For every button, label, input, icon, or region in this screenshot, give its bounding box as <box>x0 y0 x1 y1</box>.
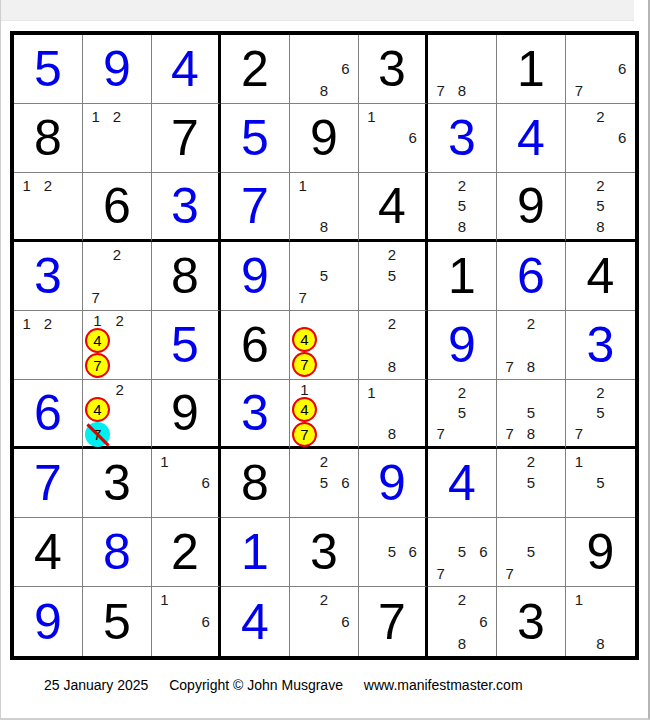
candidate-digit[interactable]: 1 <box>575 454 583 469</box>
cell-r2c4[interactable]: 5 <box>221 104 290 173</box>
candidate-digit[interactable]: 1 <box>575 592 583 607</box>
cell-r4c3[interactable]: 8 <box>152 242 221 311</box>
candidate-digit[interactable]: 8 <box>458 636 466 651</box>
candidate-digit[interactable]: 1 <box>160 454 168 469</box>
cell-r9c9[interactable]: 18 <box>566 587 635 656</box>
cell-r6c9[interactable]: 257 <box>566 380 635 449</box>
candidate-digit[interactable]: 2 <box>113 247 121 262</box>
cell-r2c9[interactable]: 26 <box>566 104 635 173</box>
candidate-digit[interactable]: 2 <box>116 313 124 328</box>
highlighted-candidate[interactable]: 4 <box>85 328 110 353</box>
candidate-slot <box>16 196 37 217</box>
candidate-slot <box>499 472 520 493</box>
candidate-digit[interactable]: 8 <box>320 219 328 234</box>
cell-r1c2[interactable]: 9 <box>83 35 152 104</box>
candidate-digit[interactable]: 5 <box>388 544 396 559</box>
candidate-digit[interactable]: 6 <box>341 614 349 629</box>
candidate-slot <box>499 494 520 515</box>
candidate-slot <box>361 541 382 562</box>
candidate-digit[interactable]: 7 <box>91 290 99 305</box>
candidate-slot: 5 <box>382 541 403 562</box>
candidate-slot: 8 <box>382 356 403 377</box>
candidate-slot <box>361 127 382 148</box>
candidate-digit[interactable]: 2 <box>44 316 52 331</box>
candidate-digit[interactable]: 2 <box>458 385 466 400</box>
candidate-slot <box>337 313 357 327</box>
candidate-digit[interactable]: 8 <box>388 359 396 374</box>
candidate-slot <box>520 382 541 403</box>
candidate-grid: 16 <box>154 451 216 515</box>
cell-r5c6[interactable]: 28 <box>359 311 428 380</box>
candidate-slot: 6 <box>473 541 494 562</box>
candidate-digit[interactable]: 5 <box>527 544 535 559</box>
cell-r5c1[interactable]: 12 <box>14 311 83 380</box>
candidate-slot: 1 <box>154 451 175 472</box>
cell-r5c8[interactable]: 278 <box>497 311 566 380</box>
candidate-grid: 567 <box>430 520 494 584</box>
candidate-slot <box>175 632 196 654</box>
cell-r1c1[interactable]: 5 <box>14 35 83 104</box>
given-digit: 6 <box>241 320 269 370</box>
candidate-slot <box>85 382 110 397</box>
candidate-digit[interactable]: 5 <box>527 405 535 420</box>
candidate-digit[interactable]: 1 <box>367 385 375 400</box>
candidate-slot: 1 <box>568 589 590 611</box>
candidate-slot <box>110 397 130 422</box>
candidate-digit[interactable]: 6 <box>408 130 416 145</box>
candidate-slot: 7 <box>292 352 317 377</box>
eliminated-candidate[interactable]: 7 <box>85 422 110 447</box>
candidate-slot <box>542 451 563 472</box>
cell-r9c4[interactable]: 4 <box>221 587 290 656</box>
cell-r7c1[interactable]: 7 <box>14 449 83 518</box>
candidate-digit[interactable]: 8 <box>596 636 604 651</box>
candidate-digit[interactable]: 8 <box>527 426 535 441</box>
given-digit: 8 <box>241 458 269 508</box>
cell-r4c6[interactable]: 25 <box>359 242 428 311</box>
candidate-slot <box>382 520 403 541</box>
candidate-digit[interactable]: 2 <box>320 454 328 469</box>
cell-r3c3[interactable]: 3 <box>152 173 221 242</box>
candidate-slot <box>499 541 520 562</box>
candidate-digit[interactable]: 2 <box>320 592 328 607</box>
candidate-digit[interactable]: 6 <box>479 614 487 629</box>
solved-digit: 9 <box>34 597 62 647</box>
candidate-digit[interactable]: 6 <box>201 614 209 629</box>
candidate-digit[interactable]: 2 <box>527 316 535 331</box>
candidate-grid: 28 <box>361 313 423 377</box>
candidate-slot: 2 <box>313 451 334 472</box>
given-digit: 5 <box>103 597 131 647</box>
candidate-slot <box>520 520 541 541</box>
cell-r4c8[interactable]: 6 <box>497 242 566 311</box>
cell-r8c5[interactable]: 3 <box>290 518 359 587</box>
candidate-slot <box>195 451 216 472</box>
candidate-slot <box>382 149 403 170</box>
candidate-slot <box>568 382 590 403</box>
candidate-slot <box>361 403 382 424</box>
candidate-digit[interactable]: 2 <box>116 382 124 397</box>
candidate-digit[interactable]: 7 <box>436 83 444 98</box>
cell-r5c7[interactable]: 9 <box>428 311 497 380</box>
highlighted-candidate[interactable]: 4 <box>292 397 317 422</box>
candidate-slot: 5 <box>590 403 612 424</box>
cell-r6c4[interactable]: 3 <box>221 380 290 449</box>
candidate-grid: 257 <box>430 382 494 444</box>
highlighted-candidate[interactable]: 7 <box>292 422 317 447</box>
candidate-digit[interactable]: 2 <box>596 109 604 124</box>
cell-r7c5[interactable]: 256 <box>290 449 359 518</box>
candidate-slot <box>85 244 106 265</box>
cell-r9c2[interactable]: 5 <box>83 587 152 656</box>
cell-r1c5[interactable]: 68 <box>290 35 359 104</box>
cell-r7c9[interactable]: 15 <box>566 449 635 518</box>
candidate-digit[interactable]: 7 <box>505 359 513 374</box>
candidate-digit[interactable]: 8 <box>458 83 466 98</box>
candidate-slot <box>542 382 563 403</box>
cell-r8c1[interactable]: 4 <box>14 518 83 587</box>
candidate-slot <box>195 589 216 611</box>
candidate-slot <box>430 216 451 237</box>
cell-r5c3[interactable]: 5 <box>152 311 221 380</box>
candidate-slot: 2 <box>382 313 403 334</box>
candidate-slot <box>317 397 337 422</box>
candidate-digit[interactable]: 7 <box>505 426 513 441</box>
candidate-digit[interactable]: 8 <box>388 426 396 441</box>
cell-r3c4[interactable]: 7 <box>221 173 290 242</box>
candidate-digit[interactable]: 8 <box>320 83 328 98</box>
given-digit: 7 <box>378 597 406 647</box>
candidate-digit[interactable]: 1 <box>367 109 375 124</box>
candidate-digit[interactable]: 7 <box>436 426 444 441</box>
cell-r6c2[interactable]: 247 <box>83 380 152 449</box>
candidate-digit[interactable]: 2 <box>458 592 466 607</box>
candidate-slot <box>611 403 633 424</box>
candidate-slot <box>361 313 382 334</box>
cell-r8c8[interactable]: 57 <box>497 518 566 587</box>
candidate-grid: 25 <box>361 244 423 308</box>
candidate-digit[interactable]: 2 <box>458 178 466 193</box>
candidate-slot <box>430 196 451 217</box>
candidate-slot <box>361 423 382 444</box>
candidate-digit[interactable]: 1 <box>91 109 99 124</box>
candidate-digit[interactable]: 5 <box>527 475 535 490</box>
candidate-slot <box>568 494 590 515</box>
cell-r6c3[interactable]: 9 <box>152 380 221 449</box>
cell-r5c2[interactable]: 1247 <box>83 311 152 380</box>
candidate-digit[interactable]: 2 <box>388 247 396 262</box>
cell-r5c9[interactable]: 3 <box>566 311 635 380</box>
candidate-slot <box>402 563 423 584</box>
candidate-slot: 4 <box>85 328 110 353</box>
cell-r2c1[interactable]: 8 <box>14 104 83 173</box>
candidate-slot: 2 <box>451 589 472 611</box>
given-digit: 3 <box>310 527 338 577</box>
app-window: 5942683781678127591634261263718425892583… <box>0 0 650 720</box>
cell-r7c4[interactable]: 8 <box>221 449 290 518</box>
cell-r8c2[interactable]: 8 <box>83 518 152 587</box>
cell-r1c8[interactable]: 1 <box>497 35 566 104</box>
candidate-slot <box>16 216 37 237</box>
candidate-digit[interactable]: 5 <box>596 198 604 213</box>
cell-r4c5[interactable]: 57 <box>290 242 359 311</box>
candidate-slot <box>335 589 356 611</box>
candidate-digit[interactable]: 5 <box>320 475 328 490</box>
candidate-digit[interactable]: 1 <box>93 313 101 328</box>
candidate-slot <box>568 632 590 654</box>
cell-r4c2[interactable]: 27 <box>83 242 152 311</box>
cell-r9c3[interactable]: 16 <box>152 587 221 656</box>
candidate-digit[interactable]: 6 <box>201 475 209 490</box>
candidate-slot <box>568 216 590 237</box>
cell-r2c8[interactable]: 4 <box>497 104 566 173</box>
candidate-slot <box>292 216 313 237</box>
candidate-slot <box>335 175 356 196</box>
candidate-slot <box>175 451 196 472</box>
candidate-grid: 256 <box>292 451 356 515</box>
cell-r5c4[interactable]: 6 <box>221 311 290 380</box>
cell-r8c3[interactable]: 2 <box>152 518 221 587</box>
candidate-slot <box>335 244 356 265</box>
cell-r1c6[interactable]: 3 <box>359 35 428 104</box>
candidate-digit[interactable]: 5 <box>596 405 604 420</box>
candidate-slot <box>16 334 37 355</box>
candidate-digit[interactable]: 5 <box>458 198 466 213</box>
solved-digit: 5 <box>171 320 199 370</box>
candidate-grid: 25 <box>499 451 563 515</box>
candidate-slot <box>542 494 563 515</box>
candidate-digit[interactable]: 6 <box>341 61 349 76</box>
candidate-digit[interactable]: 8 <box>527 359 535 374</box>
cell-r3c1[interactable]: 12 <box>14 173 83 242</box>
candidate-digit[interactable]: 1 <box>22 178 30 193</box>
highlighted-candidate[interactable]: 7 <box>85 353 110 378</box>
candidate-grid: 578 <box>499 382 563 444</box>
given-digit: 8 <box>34 113 62 163</box>
candidate-slot <box>85 265 106 286</box>
cell-r6c5[interactable]: 147 <box>290 380 359 449</box>
candidate-slot <box>451 520 472 541</box>
cell-r1c3[interactable]: 4 <box>152 35 221 104</box>
candidate-digit[interactable]: 7 <box>436 566 444 581</box>
cell-r7c2[interactable]: 3 <box>83 449 152 518</box>
candidate-digit[interactable]: 7 <box>298 290 306 305</box>
candidate-slot <box>611 611 633 633</box>
candidate-slot: 1 <box>292 382 317 397</box>
cell-r9c5[interactable]: 26 <box>290 587 359 656</box>
candidate-slot: 5 <box>313 472 334 493</box>
candidate-slot <box>59 356 80 377</box>
candidate-slot <box>451 611 472 633</box>
sudoku-board: 5942683781678127591634261263718425892583… <box>10 31 639 660</box>
candidate-slot <box>568 175 590 196</box>
candidate-slot <box>59 175 80 196</box>
candidate-digit[interactable]: 1 <box>300 382 308 397</box>
solved-digit: 5 <box>241 113 269 163</box>
solved-digit: 3 <box>448 113 476 163</box>
solved-digit: 1 <box>241 527 269 577</box>
candidate-slot: 2 <box>110 313 130 328</box>
given-digit: 1 <box>448 251 476 301</box>
cell-r7c6[interactable]: 9 <box>359 449 428 518</box>
candidate-slot <box>473 216 494 237</box>
candidate-slot <box>430 37 451 58</box>
cell-r2c2[interactable]: 12 <box>83 104 152 173</box>
candidate-digit[interactable]: 2 <box>388 316 396 331</box>
candidate-grid: 67 <box>568 37 633 101</box>
candidate-digit[interactable]: 6 <box>618 130 626 145</box>
candidate-slot <box>154 632 175 654</box>
candidate-digit[interactable]: 7 <box>575 426 583 441</box>
cell-r8c4[interactable]: 1 <box>221 518 290 587</box>
candidate-slot <box>335 451 356 472</box>
candidate-slot: 8 <box>313 216 334 237</box>
candidate-slot <box>361 287 382 308</box>
cell-r9c1[interactable]: 9 <box>14 587 83 656</box>
candidate-slot <box>106 149 127 170</box>
candidate-slot <box>361 334 382 355</box>
candidate-slot <box>590 611 612 633</box>
candidate-digit[interactable]: 6 <box>618 61 626 76</box>
candidate-slot <box>402 106 423 127</box>
candidate-digit[interactable]: 1 <box>298 178 306 193</box>
candidate-slot <box>292 244 313 265</box>
cell-r7c8[interactable]: 25 <box>497 449 566 518</box>
cell-r2c5[interactable]: 9 <box>290 104 359 173</box>
cell-r3c8[interactable]: 9 <box>497 173 566 242</box>
cell-r6c7[interactable]: 257 <box>428 380 497 449</box>
cell-r6c6[interactable]: 18 <box>359 380 428 449</box>
candidate-digit[interactable]: 7 <box>575 83 583 98</box>
candidate-slot <box>611 175 633 196</box>
candidate-slot <box>335 265 356 286</box>
candidate-slot <box>611 196 633 217</box>
candidate-slot: 7 <box>430 423 451 444</box>
candidate-digit[interactable]: 5 <box>458 405 466 420</box>
candidate-slot <box>110 422 130 447</box>
cell-r1c7[interactable]: 78 <box>428 35 497 104</box>
cell-r7c7[interactable]: 4 <box>428 449 497 518</box>
candidate-slot <box>59 334 80 355</box>
candidate-slot <box>59 313 80 334</box>
candidate-grid: 27 <box>85 244 149 308</box>
cell-r4c1[interactable]: 3 <box>14 242 83 311</box>
candidate-digit[interactable]: 8 <box>596 219 604 234</box>
candidate-slot <box>402 313 423 334</box>
cell-r6c1[interactable]: 6 <box>14 380 83 449</box>
candidate-digit[interactable]: 2 <box>113 109 121 124</box>
cell-r1c4[interactable]: 2 <box>221 35 290 104</box>
cell-r2c6[interactable]: 16 <box>359 104 428 173</box>
cell-r4c7[interactable]: 1 <box>428 242 497 311</box>
highlighted-candidate[interactable]: 7 <box>292 352 317 377</box>
given-digit: 4 <box>34 527 62 577</box>
cell-r8c6[interactable]: 56 <box>359 518 428 587</box>
candidate-slot: 5 <box>590 196 612 217</box>
cell-r9c7[interactable]: 268 <box>428 587 497 656</box>
cell-r8c7[interactable]: 567 <box>428 518 497 587</box>
candidate-slot <box>337 352 357 377</box>
candidate-grid: 18 <box>361 382 423 444</box>
candidate-slot: 7 <box>499 423 520 444</box>
candidate-digit[interactable]: 5 <box>596 475 604 490</box>
candidate-digit[interactable]: 6 <box>408 544 416 559</box>
candidate-slot: 1 <box>16 313 37 334</box>
solved-digit: 4 <box>241 597 269 647</box>
solved-digit: 4 <box>517 113 545 163</box>
candidate-digit[interactable]: 7 <box>505 566 513 581</box>
candidate-digit[interactable]: 1 <box>22 316 30 331</box>
cell-r2c7[interactable]: 3 <box>428 104 497 173</box>
highlighted-candidate[interactable]: 4 <box>292 327 317 352</box>
cell-r2c3[interactable]: 7 <box>152 104 221 173</box>
candidate-grid: 278 <box>499 313 563 377</box>
solved-digit: 4 <box>171 44 199 94</box>
candidate-slot <box>37 196 58 217</box>
given-digit: 9 <box>171 388 199 438</box>
given-digit: 3 <box>378 44 406 94</box>
cell-r8c9[interactable]: 9 <box>566 518 635 587</box>
cell-r3c2[interactable]: 6 <box>83 173 152 242</box>
candidate-slot <box>175 589 196 611</box>
cell-r7c3[interactable]: 16 <box>152 449 221 518</box>
candidate-slot <box>382 382 403 403</box>
candidate-slot <box>130 422 150 447</box>
candidate-digit[interactable]: 6 <box>479 544 487 559</box>
solved-digit: 9 <box>103 44 131 94</box>
cell-r4c9[interactable]: 4 <box>566 242 635 311</box>
candidate-slot <box>361 563 382 584</box>
highlighted-candidate[interactable]: 4 <box>85 397 110 422</box>
cell-r3c6[interactable]: 4 <box>359 173 428 242</box>
candidate-slot <box>611 382 633 403</box>
candidate-slot <box>430 58 451 79</box>
candidate-digit[interactable]: 5 <box>320 268 328 283</box>
cell-r9c6[interactable]: 7 <box>359 587 428 656</box>
candidate-digit[interactable]: 5 <box>388 268 396 283</box>
cell-r3c7[interactable]: 258 <box>428 173 497 242</box>
cell-r9c8[interactable]: 3 <box>497 587 566 656</box>
cell-r6c8[interactable]: 578 <box>497 380 566 449</box>
candidate-digit[interactable]: 1 <box>160 592 168 607</box>
candidate-digit[interactable]: 2 <box>596 178 604 193</box>
candidate-digit[interactable]: 2 <box>596 385 604 400</box>
footer-website[interactable]: www.manifestmaster.com <box>364 677 523 693</box>
candidate-slot <box>317 382 337 397</box>
cell-r1c9[interactable]: 67 <box>566 35 635 104</box>
cell-r3c9[interactable]: 258 <box>566 173 635 242</box>
candidate-slot <box>16 356 37 377</box>
candidate-slot <box>130 382 150 397</box>
candidate-slot: 6 <box>402 127 423 148</box>
candidate-slot: 1 <box>361 382 382 403</box>
candidate-digit[interactable]: 2 <box>527 454 535 469</box>
candidate-slot <box>402 244 423 265</box>
candidate-slot <box>130 397 150 422</box>
candidate-digit[interactable]: 8 <box>458 219 466 234</box>
cell-r3c5[interactable]: 18 <box>290 173 359 242</box>
candidate-digit[interactable]: 5 <box>458 544 466 559</box>
cell-r5c5[interactable]: 47 <box>290 311 359 380</box>
candidate-slot <box>473 58 494 79</box>
candidate-slot <box>473 423 494 444</box>
candidate-digit[interactable]: 6 <box>341 475 349 490</box>
candidate-slot <box>335 494 356 515</box>
cell-r4c4[interactable]: 9 <box>221 242 290 311</box>
candidate-slot: 6 <box>611 58 633 79</box>
candidate-digit[interactable]: 2 <box>44 178 52 193</box>
candidate-slot <box>451 58 472 79</box>
